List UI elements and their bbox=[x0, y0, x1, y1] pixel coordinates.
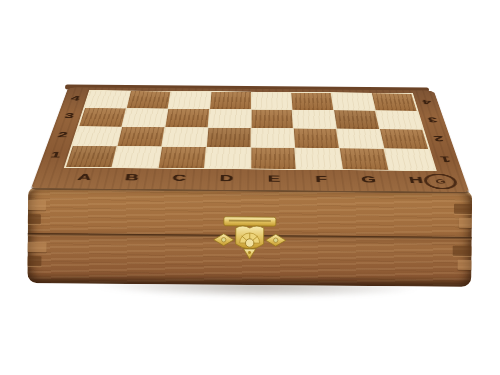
square-f3 bbox=[293, 110, 336, 128]
file-label-e: E bbox=[250, 168, 298, 191]
finger-joint bbox=[28, 242, 47, 252]
square-a1 bbox=[66, 146, 116, 167]
file-label-d: D bbox=[202, 167, 250, 190]
square-d3 bbox=[208, 109, 250, 127]
rank-labels-left: 4321 bbox=[39, 90, 89, 166]
file-label-h: H bbox=[390, 169, 443, 192]
square-d4 bbox=[210, 92, 251, 109]
file-label-g: G bbox=[343, 168, 395, 191]
rank-label-right-3: 3 bbox=[418, 110, 447, 129]
square-f1 bbox=[296, 148, 343, 169]
square-f2 bbox=[294, 128, 339, 148]
square-e2 bbox=[251, 128, 295, 148]
square-g2 bbox=[337, 129, 383, 149]
square-h1 bbox=[385, 149, 435, 170]
square-b3 bbox=[122, 108, 167, 126]
rank-label-2: 2 bbox=[47, 125, 78, 145]
square-b2 bbox=[117, 127, 164, 147]
square-c1 bbox=[158, 147, 205, 168]
finger-joint bbox=[457, 260, 471, 270]
finger-joint bbox=[27, 256, 41, 266]
square-g1 bbox=[340, 148, 388, 169]
finger-joint bbox=[454, 204, 472, 214]
square-b4 bbox=[127, 91, 170, 108]
square-c2 bbox=[162, 127, 207, 147]
rank-label-right-2: 2 bbox=[424, 128, 454, 148]
product-photo: 4321 4321 ABCDEFGH G bbox=[0, 0, 500, 375]
square-g4 bbox=[332, 93, 375, 110]
finger-joint bbox=[28, 200, 46, 210]
square-h3 bbox=[376, 111, 422, 129]
maker-stamp: G bbox=[422, 174, 459, 190]
maker-stamp-letter: G bbox=[434, 178, 446, 185]
file-label-f: F bbox=[297, 168, 347, 191]
rank-label-right-1: 1 bbox=[430, 148, 462, 169]
finger-joint bbox=[459, 218, 472, 228]
rank-label-3: 3 bbox=[54, 107, 83, 125]
board-top-surface: 4321 4321 ABCDEFGH G bbox=[31, 0, 471, 192]
square-a2 bbox=[73, 126, 121, 146]
square-c4 bbox=[168, 92, 210, 109]
file-label-b: B bbox=[105, 166, 157, 189]
square-b1 bbox=[112, 147, 161, 168]
square-h4 bbox=[372, 93, 416, 110]
rank-labels-right: 4321 bbox=[413, 93, 461, 169]
rank-label-1: 1 bbox=[39, 145, 71, 166]
square-g3 bbox=[334, 110, 379, 128]
square-d1 bbox=[205, 147, 250, 168]
hinge-back-edge bbox=[65, 84, 429, 92]
finger-joint bbox=[28, 214, 41, 224]
square-a3 bbox=[79, 108, 125, 126]
file-label-c: C bbox=[154, 167, 204, 190]
playing-area-grid bbox=[66, 91, 435, 170]
square-e4 bbox=[251, 92, 292, 109]
square-d2 bbox=[206, 128, 250, 148]
square-e1 bbox=[251, 148, 296, 169]
square-f4 bbox=[292, 93, 334, 110]
square-a4 bbox=[85, 91, 130, 108]
box-front-face bbox=[27, 187, 472, 287]
square-e3 bbox=[251, 110, 293, 128]
finger-joint bbox=[453, 246, 472, 256]
rank-label-4: 4 bbox=[61, 90, 89, 107]
chess-board: 4321 4321 ABCDEFGH G bbox=[31, 87, 469, 192]
chess-box: 4321 4321 ABCDEFGH G bbox=[0, 0, 500, 375]
square-h2 bbox=[380, 129, 428, 149]
file-label-a: A bbox=[57, 166, 111, 189]
brass-latch-icon bbox=[212, 216, 288, 261]
playing-area bbox=[64, 90, 437, 171]
square-c3 bbox=[165, 109, 209, 127]
rank-label-right-4: 4 bbox=[413, 93, 441, 110]
